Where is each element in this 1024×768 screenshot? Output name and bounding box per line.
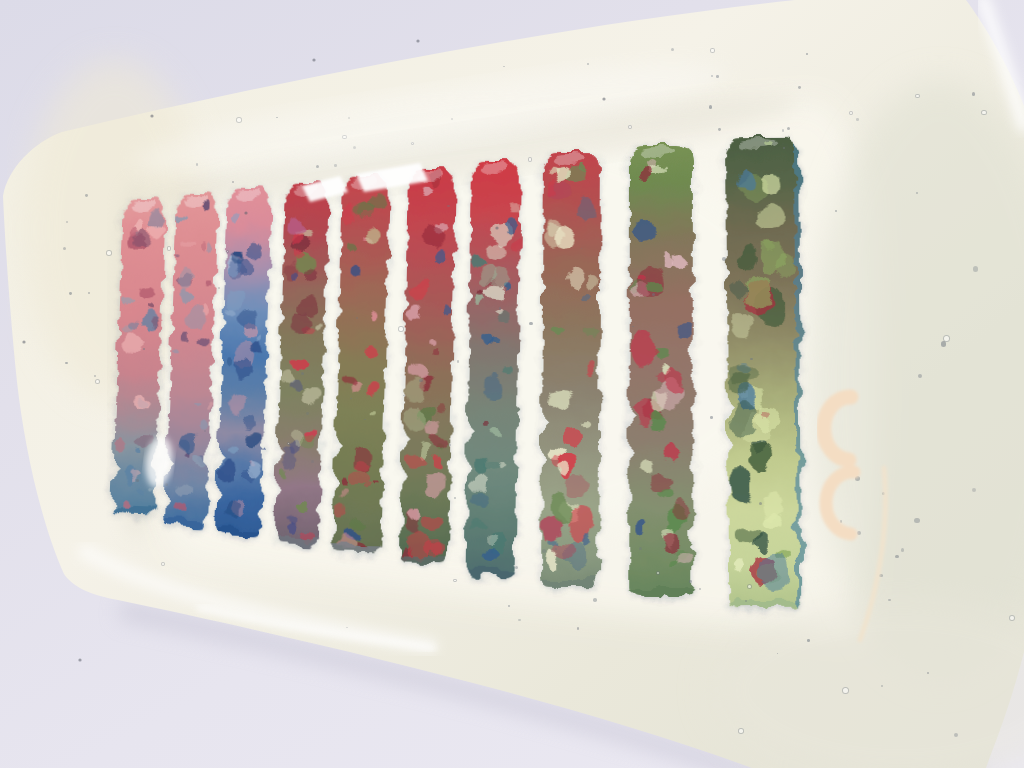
glass-bubble bbox=[787, 127, 790, 130]
glass-bubble bbox=[403, 395, 404, 396]
glass-bubble bbox=[218, 287, 220, 289]
glass-bubble bbox=[711, 75, 713, 77]
glass-bubble bbox=[782, 129, 785, 132]
glass-bubble bbox=[85, 194, 88, 197]
glass-bubble bbox=[918, 374, 922, 378]
glass-bubble bbox=[227, 251, 229, 253]
glass-bubble bbox=[204, 430, 206, 432]
glass-bubble bbox=[982, 111, 986, 115]
glass-bubble bbox=[69, 292, 72, 295]
glass-bubble bbox=[843, 688, 848, 693]
glass-bubble bbox=[806, 53, 808, 55]
glass-bubble bbox=[451, 118, 453, 120]
glass-bubble bbox=[722, 257, 726, 261]
glass-bubble bbox=[657, 572, 659, 574]
glass-bubble bbox=[232, 181, 234, 183]
glass-bubble bbox=[881, 685, 883, 687]
glass-bubble bbox=[356, 317, 358, 319]
glass-bubble bbox=[593, 598, 597, 602]
glass-bubble bbox=[348, 117, 350, 119]
glass-bubble bbox=[941, 341, 946, 346]
glass-bubble bbox=[311, 460, 314, 463]
glass-bubble bbox=[882, 492, 885, 495]
glass-bubble bbox=[419, 379, 423, 383]
glass-bubble bbox=[901, 548, 905, 552]
glass-bubble bbox=[66, 221, 68, 223]
photo-stage bbox=[0, 0, 1024, 768]
glass-bubble bbox=[689, 580, 692, 583]
glass-bubble bbox=[1010, 616, 1014, 620]
glass-bubble bbox=[895, 555, 899, 559]
glass-bubble bbox=[855, 476, 860, 481]
glass-bubble bbox=[783, 147, 785, 149]
glass-bubble bbox=[972, 488, 976, 492]
glass-bubble bbox=[711, 49, 714, 52]
glass-bubble bbox=[888, 599, 890, 601]
glass-bubble bbox=[306, 412, 309, 415]
glass-bubble bbox=[577, 627, 580, 630]
glass-bubble bbox=[652, 293, 655, 296]
glass-bubble bbox=[529, 322, 532, 325]
glass-bubble bbox=[629, 126, 631, 128]
glass-bubble bbox=[88, 292, 90, 294]
glass-bubble bbox=[944, 336, 949, 341]
glass-bubble bbox=[518, 619, 520, 621]
glass-bubble bbox=[65, 362, 67, 364]
glass-bubble bbox=[301, 372, 304, 375]
glass-bubble bbox=[916, 95, 919, 98]
glass-bubble bbox=[237, 118, 241, 122]
glass-bubble bbox=[879, 574, 882, 577]
glass-bubble bbox=[399, 327, 402, 330]
glass-bubble bbox=[454, 497, 457, 500]
glass-bubble bbox=[316, 165, 319, 168]
glass-bubble bbox=[334, 164, 337, 167]
glass-bubble bbox=[168, 247, 171, 250]
glass-bubble bbox=[542, 549, 545, 552]
glass-bubble bbox=[63, 247, 66, 250]
glass-bubble bbox=[165, 483, 169, 487]
glass-bubble bbox=[914, 518, 919, 523]
glass-bubble bbox=[671, 48, 674, 51]
glass-bubble bbox=[710, 416, 713, 419]
glass-bubble bbox=[748, 585, 751, 588]
glass-bubble bbox=[499, 307, 502, 310]
glass-bubble bbox=[587, 63, 589, 65]
glass-bubble bbox=[699, 588, 701, 590]
glass-bubble bbox=[136, 479, 139, 482]
glass-bubble bbox=[508, 605, 511, 608]
glass-bubble bbox=[759, 502, 762, 505]
glass-bubble bbox=[745, 600, 747, 602]
glass-bubble bbox=[581, 248, 583, 250]
glass-bubble bbox=[807, 639, 810, 642]
glass-bubble bbox=[927, 672, 930, 675]
glass-bubble bbox=[639, 547, 642, 550]
glass-bubble bbox=[412, 143, 414, 145]
glass-bubble bbox=[709, 105, 713, 109]
glass-bubble bbox=[777, 653, 779, 655]
glass-bubble bbox=[454, 580, 456, 582]
glass-bubble bbox=[447, 205, 449, 207]
glass-bubble bbox=[857, 531, 861, 535]
glass-bubble bbox=[718, 128, 721, 131]
glass-bubble bbox=[739, 729, 743, 733]
glass-bubble bbox=[973, 266, 978, 271]
glass-bubble bbox=[529, 158, 532, 161]
glass-bubble bbox=[350, 398, 352, 400]
glass-bubble bbox=[750, 358, 752, 360]
glass-bubble bbox=[503, 66, 505, 68]
glass-bubble bbox=[916, 192, 919, 195]
glass-bubbles bbox=[0, 0, 1024, 768]
glass-bubble bbox=[346, 627, 348, 629]
glass-bubble bbox=[449, 444, 451, 446]
glass-bubble bbox=[840, 520, 842, 522]
glass-bubble bbox=[856, 118, 859, 121]
glass-bubble bbox=[954, 733, 958, 737]
glass-bubble bbox=[143, 348, 145, 350]
glass-bubble bbox=[107, 251, 111, 255]
glass-bubble bbox=[343, 136, 346, 139]
glass-bubble bbox=[276, 117, 278, 119]
glass-bubble bbox=[972, 92, 976, 96]
glass-bubble bbox=[288, 443, 290, 445]
glass-bubble bbox=[353, 146, 356, 149]
glass-bubble bbox=[196, 163, 199, 166]
glass-bubble bbox=[162, 563, 165, 566]
glass-bubble bbox=[364, 419, 366, 421]
glass-bubble bbox=[850, 112, 852, 114]
glass-bubble bbox=[835, 210, 837, 212]
glass-bubble bbox=[515, 566, 518, 569]
glass-bubble bbox=[555, 548, 558, 551]
glass-bubble bbox=[96, 380, 100, 384]
glass-bubble bbox=[632, 326, 634, 328]
glass-bubble bbox=[798, 86, 801, 89]
glass-bubble bbox=[457, 360, 460, 363]
glass-bubble bbox=[716, 75, 719, 78]
glass-bubble bbox=[94, 375, 96, 377]
